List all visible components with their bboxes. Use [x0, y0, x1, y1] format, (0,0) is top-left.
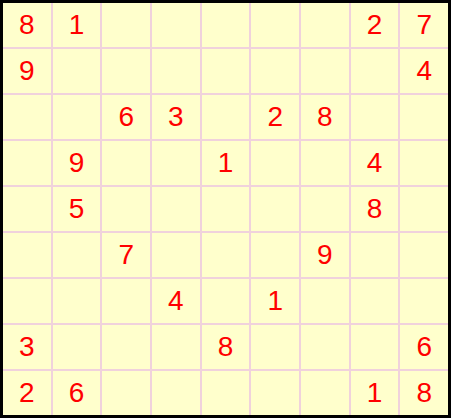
sudoku-cell-r8c4[interactable] — [152, 325, 200, 369]
sudoku-cell-r3c4[interactable]: 3 — [152, 95, 200, 139]
sudoku-cell-r9c7[interactable] — [301, 371, 349, 415]
sudoku-cell-r7c5[interactable] — [202, 279, 250, 323]
sudoku-cell-r9c6[interactable] — [251, 371, 299, 415]
sudoku-cell-r9c8[interactable]: 1 — [351, 371, 399, 415]
sudoku-cell-r3c6[interactable]: 2 — [251, 95, 299, 139]
sudoku-cell-r2c2[interactable] — [53, 49, 101, 93]
sudoku-cell-r3c8[interactable] — [351, 95, 399, 139]
sudoku-cell-r2c9[interactable]: 4 — [400, 49, 448, 93]
sudoku-cell-r7c6[interactable]: 1 — [251, 279, 299, 323]
sudoku-cell-r8c9[interactable]: 6 — [400, 325, 448, 369]
sudoku-cell-r4c6[interactable] — [251, 141, 299, 185]
sudoku-cell-r5c9[interactable] — [400, 187, 448, 231]
sudoku-cell-r4c8[interactable]: 4 — [351, 141, 399, 185]
sudoku-cell-r3c2[interactable] — [53, 95, 101, 139]
sudoku-cell-r2c7[interactable] — [301, 49, 349, 93]
sudoku-cell-r2c1[interactable]: 9 — [3, 49, 51, 93]
sudoku-cell-r6c8[interactable] — [351, 233, 399, 277]
sudoku-cell-r2c6[interactable] — [251, 49, 299, 93]
sudoku-cell-r5c8[interactable]: 8 — [351, 187, 399, 231]
sudoku-cell-r9c4[interactable] — [152, 371, 200, 415]
sudoku-cell-r8c3[interactable] — [102, 325, 150, 369]
sudoku-cell-r2c8[interactable] — [351, 49, 399, 93]
sudoku-cell-r4c9[interactable] — [400, 141, 448, 185]
sudoku-cell-r5c3[interactable] — [102, 187, 150, 231]
sudoku-cell-r3c5[interactable] — [202, 95, 250, 139]
sudoku-cell-r7c2[interactable] — [53, 279, 101, 323]
sudoku-cell-r7c4[interactable]: 4 — [152, 279, 200, 323]
sudoku-cell-r6c9[interactable] — [400, 233, 448, 277]
sudoku-cell-r4c5[interactable]: 1 — [202, 141, 250, 185]
sudoku-cell-r9c2[interactable]: 6 — [53, 371, 101, 415]
sudoku-cell-r2c3[interactable] — [102, 49, 150, 93]
sudoku-cell-r5c4[interactable] — [152, 187, 200, 231]
sudoku-cell-r1c4[interactable] — [152, 3, 200, 47]
sudoku-cell-r2c5[interactable] — [202, 49, 250, 93]
sudoku-cell-r5c1[interactable] — [3, 187, 51, 231]
sudoku-cell-r9c3[interactable] — [102, 371, 150, 415]
sudoku-cell-r4c4[interactable] — [152, 141, 200, 185]
sudoku-cell-r4c7[interactable] — [301, 141, 349, 185]
sudoku-cell-r4c1[interactable] — [3, 141, 51, 185]
sudoku-cell-r4c3[interactable] — [102, 141, 150, 185]
sudoku-cell-r5c6[interactable] — [251, 187, 299, 231]
sudoku-cell-r8c6[interactable] — [251, 325, 299, 369]
sudoku-cell-r9c1[interactable]: 2 — [3, 371, 51, 415]
sudoku-cell-r1c3[interactable] — [102, 3, 150, 47]
sudoku-cell-r1c1[interactable]: 8 — [3, 3, 51, 47]
sudoku-cell-r6c5[interactable] — [202, 233, 250, 277]
sudoku-cell-r3c9[interactable] — [400, 95, 448, 139]
sudoku-cell-r3c7[interactable]: 8 — [301, 95, 349, 139]
sudoku-cell-r5c5[interactable] — [202, 187, 250, 231]
sudoku-cell-r6c6[interactable] — [251, 233, 299, 277]
sudoku-cell-r1c6[interactable] — [251, 3, 299, 47]
sudoku-cell-r6c7[interactable]: 9 — [301, 233, 349, 277]
sudoku-cell-r7c8[interactable] — [351, 279, 399, 323]
sudoku-cell-r6c4[interactable] — [152, 233, 200, 277]
sudoku-cell-r1c5[interactable] — [202, 3, 250, 47]
sudoku-cell-r1c7[interactable] — [301, 3, 349, 47]
sudoku-cell-r2c4[interactable] — [152, 49, 200, 93]
sudoku-cell-r6c2[interactable] — [53, 233, 101, 277]
sudoku-cell-r4c2[interactable]: 9 — [53, 141, 101, 185]
sudoku-cell-r7c9[interactable] — [400, 279, 448, 323]
sudoku-cell-r6c1[interactable] — [3, 233, 51, 277]
sudoku-cell-r6c3[interactable]: 7 — [102, 233, 150, 277]
sudoku-cell-r8c8[interactable] — [351, 325, 399, 369]
sudoku-cell-r8c5[interactable]: 8 — [202, 325, 250, 369]
sudoku-cell-r8c2[interactable] — [53, 325, 101, 369]
sudoku-cell-r9c9[interactable]: 8 — [400, 371, 448, 415]
sudoku-cell-r3c3[interactable]: 6 — [102, 95, 150, 139]
sudoku-cell-r9c5[interactable] — [202, 371, 250, 415]
sudoku-cell-r7c1[interactable] — [3, 279, 51, 323]
sudoku-board: 81279463289145879413862618 — [0, 0, 451, 418]
sudoku-cell-r8c7[interactable] — [301, 325, 349, 369]
sudoku-cell-r5c2[interactable]: 5 — [53, 187, 101, 231]
sudoku-cell-r8c1[interactable]: 3 — [3, 325, 51, 369]
sudoku-cell-r7c3[interactable] — [102, 279, 150, 323]
sudoku-cell-r1c9[interactable]: 7 — [400, 3, 448, 47]
sudoku-cell-r3c1[interactable] — [3, 95, 51, 139]
sudoku-cell-r1c8[interactable]: 2 — [351, 3, 399, 47]
sudoku-cell-r7c7[interactable] — [301, 279, 349, 323]
sudoku-cell-r1c2[interactable]: 1 — [53, 3, 101, 47]
sudoku-cell-r5c7[interactable] — [301, 187, 349, 231]
